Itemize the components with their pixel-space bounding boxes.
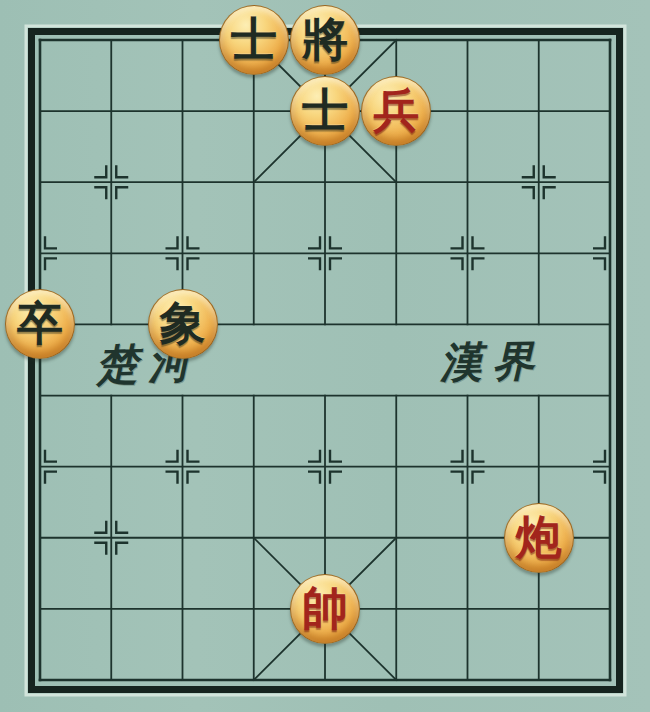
- black-advisor-glyph: 士: [302, 87, 348, 133]
- red-general-glyph: 帥: [302, 585, 348, 631]
- red-general[interactable]: 帥: [290, 574, 360, 644]
- red-cannon[interactable]: 炮: [504, 503, 574, 573]
- black-elephant[interactable]: 象: [148, 289, 218, 359]
- red-cannon-glyph: 炮: [516, 514, 562, 560]
- black-general[interactable]: 將: [290, 5, 360, 75]
- black-general-glyph: 將: [302, 16, 348, 62]
- black-advisor[interactable]: 士: [219, 5, 289, 75]
- black-advisor-glyph: 士: [231, 16, 277, 62]
- river-label-han: 漢界: [440, 333, 545, 391]
- red-soldier[interactable]: 兵: [361, 76, 431, 146]
- black-elephant-glyph: 象: [160, 300, 206, 346]
- black-soldier[interactable]: 卒: [5, 289, 75, 359]
- black-advisor[interactable]: 士: [290, 76, 360, 146]
- page-background: 楚河 漢界 士將士兵卒象炮帥: [0, 0, 650, 712]
- xiangqi-board[interactable]: 楚河 漢界 士將士兵卒象炮帥: [0, 0, 650, 712]
- red-soldier-glyph: 兵: [373, 87, 419, 133]
- black-soldier-glyph: 卒: [17, 300, 63, 346]
